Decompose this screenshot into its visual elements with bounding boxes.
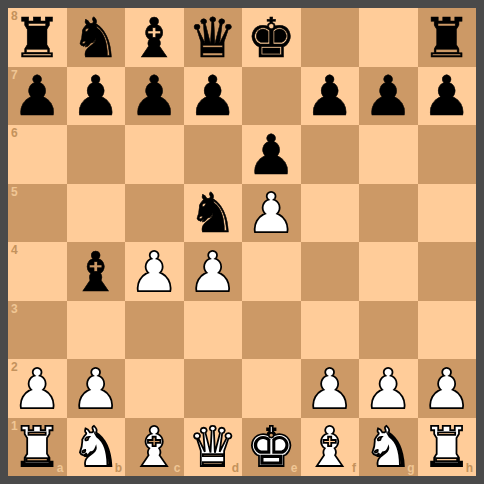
- square-e2[interactable]: [242, 359, 301, 418]
- square-f5[interactable]: [301, 184, 360, 243]
- piece-black-pawn[interactable]: ♟: [188, 69, 237, 124]
- square-c7[interactable]: ♟: [125, 67, 184, 126]
- piece-white-pawn[interactable]: ♟: [71, 362, 120, 417]
- rank-label-3: 3: [11, 303, 18, 315]
- square-f8[interactable]: [301, 8, 360, 67]
- square-b8[interactable]: ♞: [67, 8, 126, 67]
- square-d4[interactable]: ♟: [184, 242, 243, 301]
- rank-label-6: 6: [11, 127, 18, 139]
- square-d3[interactable]: [184, 301, 243, 360]
- square-g4[interactable]: [359, 242, 418, 301]
- square-f3[interactable]: [301, 301, 360, 360]
- square-b5[interactable]: [67, 184, 126, 243]
- square-c8[interactable]: ♝: [125, 8, 184, 67]
- square-e1[interactable]: e♚: [242, 418, 301, 477]
- piece-white-pawn[interactable]: ♟: [188, 245, 237, 300]
- square-a2[interactable]: 2♟: [8, 359, 67, 418]
- square-d1[interactable]: d♛: [184, 418, 243, 477]
- square-c5[interactable]: [125, 184, 184, 243]
- square-f6[interactable]: [301, 125, 360, 184]
- square-d5[interactable]: ♞: [184, 184, 243, 243]
- piece-white-pawn[interactable]: ♟: [13, 362, 62, 417]
- square-e4[interactable]: [242, 242, 301, 301]
- square-c4[interactable]: ♟: [125, 242, 184, 301]
- piece-white-rook[interactable]: ♜: [422, 420, 471, 475]
- piece-black-pawn[interactable]: ♟: [71, 69, 120, 124]
- square-g6[interactable]: [359, 125, 418, 184]
- square-c6[interactable]: [125, 125, 184, 184]
- piece-black-pawn[interactable]: ♟: [247, 128, 296, 183]
- square-d7[interactable]: ♟: [184, 67, 243, 126]
- chess-board: 8♜♞♝♛♚♜7♟♟♟♟♟♟♟6♟5♞♟4♝♟♟32♟♟♟♟♟1a♜b♞c♝d♛…: [8, 8, 476, 476]
- square-a6[interactable]: 6: [8, 125, 67, 184]
- piece-black-knight[interactable]: ♞: [188, 186, 237, 241]
- piece-black-bishop[interactable]: ♝: [130, 11, 179, 66]
- square-g7[interactable]: ♟: [359, 67, 418, 126]
- square-b6[interactable]: [67, 125, 126, 184]
- rank-label-4: 4: [11, 244, 18, 256]
- piece-white-king[interactable]: ♚: [247, 420, 296, 475]
- square-d6[interactable]: [184, 125, 243, 184]
- piece-white-pawn[interactable]: ♟: [247, 186, 296, 241]
- square-b2[interactable]: ♟: [67, 359, 126, 418]
- square-e7[interactable]: [242, 67, 301, 126]
- piece-black-pawn[interactable]: ♟: [364, 69, 413, 124]
- piece-white-pawn[interactable]: ♟: [305, 362, 354, 417]
- piece-black-bishop[interactable]: ♝: [71, 245, 120, 300]
- board-frame: 8♜♞♝♛♚♜7♟♟♟♟♟♟♟6♟5♞♟4♝♟♟32♟♟♟♟♟1a♜b♞c♝d♛…: [0, 0, 484, 484]
- square-a3[interactable]: 3: [8, 301, 67, 360]
- square-b3[interactable]: [67, 301, 126, 360]
- square-a4[interactable]: 4: [8, 242, 67, 301]
- square-g1[interactable]: g♞: [359, 418, 418, 477]
- square-e8[interactable]: ♚: [242, 8, 301, 67]
- piece-white-knight[interactable]: ♞: [71, 420, 120, 475]
- square-f4[interactable]: [301, 242, 360, 301]
- piece-black-knight[interactable]: ♞: [71, 11, 120, 66]
- square-a7[interactable]: 7♟: [8, 67, 67, 126]
- square-c3[interactable]: [125, 301, 184, 360]
- piece-white-pawn[interactable]: ♟: [364, 362, 413, 417]
- square-d2[interactable]: [184, 359, 243, 418]
- piece-white-pawn[interactable]: ♟: [130, 245, 179, 300]
- piece-black-pawn[interactable]: ♟: [130, 69, 179, 124]
- piece-black-rook[interactable]: ♜: [13, 11, 62, 66]
- piece-black-pawn[interactable]: ♟: [13, 69, 62, 124]
- square-b4[interactable]: ♝: [67, 242, 126, 301]
- square-g5[interactable]: [359, 184, 418, 243]
- square-f7[interactable]: ♟: [301, 67, 360, 126]
- square-h5[interactable]: [418, 184, 477, 243]
- piece-black-queen[interactable]: ♛: [188, 11, 237, 66]
- square-c2[interactable]: [125, 359, 184, 418]
- square-h7[interactable]: ♟: [418, 67, 477, 126]
- square-g2[interactable]: ♟: [359, 359, 418, 418]
- square-a8[interactable]: 8♜: [8, 8, 67, 67]
- square-c1[interactable]: c♝: [125, 418, 184, 477]
- square-e5[interactable]: ♟: [242, 184, 301, 243]
- piece-white-rook[interactable]: ♜: [13, 420, 62, 475]
- piece-black-king[interactable]: ♚: [247, 11, 296, 66]
- square-e3[interactable]: [242, 301, 301, 360]
- square-g8[interactable]: [359, 8, 418, 67]
- square-h8[interactable]: ♜: [418, 8, 477, 67]
- square-h4[interactable]: [418, 242, 477, 301]
- square-g3[interactable]: [359, 301, 418, 360]
- piece-black-pawn[interactable]: ♟: [422, 69, 471, 124]
- piece-white-bishop[interactable]: ♝: [305, 420, 354, 475]
- square-h6[interactable]: [418, 125, 477, 184]
- square-a1[interactable]: 1a♜: [8, 418, 67, 477]
- square-b7[interactable]: ♟: [67, 67, 126, 126]
- piece-black-rook[interactable]: ♜: [422, 11, 471, 66]
- piece-black-pawn[interactable]: ♟: [305, 69, 354, 124]
- square-e6[interactable]: ♟: [242, 125, 301, 184]
- piece-white-bishop[interactable]: ♝: [130, 420, 179, 475]
- square-h1[interactable]: h♜: [418, 418, 477, 477]
- piece-white-queen[interactable]: ♛: [188, 420, 237, 475]
- piece-white-pawn[interactable]: ♟: [422, 362, 471, 417]
- square-h3[interactable]: [418, 301, 477, 360]
- square-d8[interactable]: ♛: [184, 8, 243, 67]
- square-h2[interactable]: ♟: [418, 359, 477, 418]
- piece-white-knight[interactable]: ♞: [364, 420, 413, 475]
- square-a5[interactable]: 5: [8, 184, 67, 243]
- rank-label-5: 5: [11, 186, 18, 198]
- square-f2[interactable]: ♟: [301, 359, 360, 418]
- square-f1[interactable]: f♝: [301, 418, 360, 477]
- square-b1[interactable]: b♞: [67, 418, 126, 477]
